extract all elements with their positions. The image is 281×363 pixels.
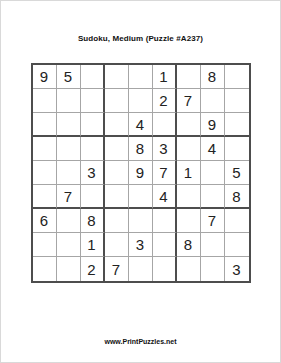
sudoku-board: 9518274983439715748687138273 [31,63,251,283]
cell-r3c1[interactable] [33,113,57,137]
cell-r3c6[interactable] [153,113,177,137]
cell-r3c9[interactable] [225,113,249,137]
cell-r4c3[interactable] [81,137,105,161]
cell-r8c3[interactable]: 1 [81,233,105,257]
cell-r6c9[interactable]: 8 [225,185,249,209]
cell-r8c1[interactable] [33,233,57,257]
cell-r2c7[interactable]: 7 [177,89,201,113]
cell-r2c5[interactable] [129,89,153,113]
cell-r8c8[interactable] [201,233,225,257]
cell-r9c2[interactable] [57,257,81,281]
cell-r8c2[interactable] [57,233,81,257]
cell-r6c4[interactable] [105,185,129,209]
cell-r2c1[interactable] [33,89,57,113]
cell-r8c5[interactable]: 3 [129,233,153,257]
cell-r5c6[interactable]: 7 [153,161,177,185]
cell-r6c2[interactable]: 7 [57,185,81,209]
cell-r7c1[interactable]: 6 [33,209,57,233]
cell-r2c4[interactable] [105,89,129,113]
cell-r1c3[interactable] [81,65,105,89]
cell-r9c5[interactable] [129,257,153,281]
cell-r4c9[interactable] [225,137,249,161]
cell-r9c1[interactable] [33,257,57,281]
cell-r1c4[interactable] [105,65,129,89]
cell-r3c7[interactable] [177,113,201,137]
cell-r9c8[interactable] [201,257,225,281]
cell-r9c6[interactable] [153,257,177,281]
cell-r4c5[interactable]: 8 [129,137,153,161]
cell-r2c6[interactable]: 2 [153,89,177,113]
cell-r2c3[interactable] [81,89,105,113]
page: Sudoku, Medium (Puzzle #A237) 9518274983… [0,0,281,363]
cell-r9c7[interactable] [177,257,201,281]
cell-r9c4[interactable]: 7 [105,257,129,281]
cell-r7c3[interactable]: 8 [81,209,105,233]
cell-r6c1[interactable] [33,185,57,209]
cell-r5c8[interactable] [201,161,225,185]
puzzle-title: Sudoku, Medium (Puzzle #A237) [1,34,280,43]
cell-r1c2[interactable]: 5 [57,65,81,89]
cell-r5c9[interactable]: 5 [225,161,249,185]
cell-r7c9[interactable] [225,209,249,233]
cell-r3c8[interactable]: 9 [201,113,225,137]
cell-r5c7[interactable]: 1 [177,161,201,185]
cell-r1c9[interactable] [225,65,249,89]
cell-r2c9[interactable] [225,89,249,113]
footer-url: www.PrintPuzzles.net [1,338,280,345]
cell-r7c5[interactable] [129,209,153,233]
cell-r3c4[interactable] [105,113,129,137]
cell-r6c6[interactable]: 4 [153,185,177,209]
cell-r4c7[interactable] [177,137,201,161]
cell-r4c8[interactable]: 4 [201,137,225,161]
cell-r1c8[interactable]: 8 [201,65,225,89]
cell-r2c8[interactable] [201,89,225,113]
cell-r1c1[interactable]: 9 [33,65,57,89]
cell-r6c8[interactable] [201,185,225,209]
cell-r1c5[interactable] [129,65,153,89]
cell-r5c2[interactable] [57,161,81,185]
cell-r5c3[interactable]: 3 [81,161,105,185]
cell-r4c1[interactable] [33,137,57,161]
cell-r8c7[interactable]: 8 [177,233,201,257]
cell-r3c5[interactable]: 4 [129,113,153,137]
cell-r5c5[interactable]: 9 [129,161,153,185]
cell-r7c2[interactable] [57,209,81,233]
cell-r2c2[interactable] [57,89,81,113]
cell-r3c3[interactable] [81,113,105,137]
cell-r8c9[interactable] [225,233,249,257]
cell-r1c6[interactable]: 1 [153,65,177,89]
cell-r6c3[interactable] [81,185,105,209]
cell-r4c4[interactable] [105,137,129,161]
cell-r7c7[interactable] [177,209,201,233]
cell-r7c4[interactable] [105,209,129,233]
cell-r6c5[interactable] [129,185,153,209]
cell-r4c2[interactable] [57,137,81,161]
cell-r9c9[interactable]: 3 [225,257,249,281]
cell-r7c6[interactable] [153,209,177,233]
cell-r8c6[interactable] [153,233,177,257]
cell-r8c4[interactable] [105,233,129,257]
cell-r6c7[interactable] [177,185,201,209]
cell-r4c6[interactable]: 3 [153,137,177,161]
cell-r7c8[interactable]: 7 [201,209,225,233]
cell-r9c3[interactable]: 2 [81,257,105,281]
cell-r5c4[interactable] [105,161,129,185]
cell-r3c2[interactable] [57,113,81,137]
cell-r5c1[interactable] [33,161,57,185]
cell-r1c7[interactable] [177,65,201,89]
